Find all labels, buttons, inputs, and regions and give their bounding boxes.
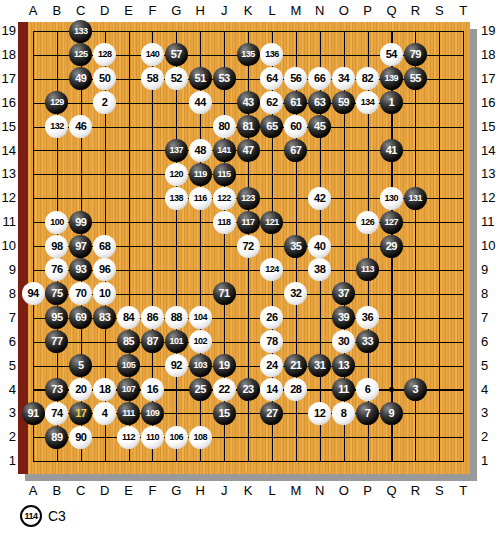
coordinate-label: 14 — [0, 143, 16, 158]
coordinate-label: G — [168, 483, 184, 498]
stone-white-48: 48 — [189, 139, 212, 162]
stone-white-126: 126 — [356, 211, 379, 234]
stone-white-118: 118 — [213, 211, 236, 234]
stone-black-41: 41 — [380, 139, 403, 162]
stone-white-88: 88 — [165, 306, 188, 329]
coordinate-label: 3 — [481, 405, 488, 420]
coordinate-label: 7 — [0, 310, 16, 325]
stone-black-103: 103 — [189, 354, 212, 377]
stone-white-70: 70 — [69, 282, 92, 305]
stone-black-113: 113 — [356, 258, 379, 281]
stone-white-28: 28 — [284, 378, 307, 401]
coordinate-label: 16 — [481, 95, 495, 110]
stone-white-40: 40 — [308, 235, 331, 258]
stone-black-75: 75 — [45, 282, 68, 305]
stone-white-112: 112 — [117, 426, 140, 449]
stone-white-46: 46 — [69, 115, 92, 138]
coordinate-label: 6 — [0, 334, 16, 349]
stone-white-30: 30 — [332, 330, 355, 353]
stone-white-96: 96 — [93, 258, 116, 281]
coordinate-label: 12 — [0, 190, 16, 205]
stone-white-86: 86 — [141, 306, 164, 329]
stone-black-13: 13 — [332, 354, 355, 377]
coordinate-label: T — [455, 483, 471, 498]
stone-black-117: 117 — [237, 211, 260, 234]
coordinate-label: 12 — [481, 190, 495, 205]
coordinate-label: K — [240, 3, 256, 18]
stone-black-105: 105 — [117, 354, 140, 377]
stone-black-73: 73 — [45, 378, 68, 401]
stone-white-98: 98 — [45, 235, 68, 258]
coordinate-label: C — [73, 3, 89, 18]
stone-white-132: 132 — [45, 115, 68, 138]
coordinate-label: J — [216, 483, 232, 498]
coordinate-label: N — [312, 483, 328, 498]
coordinate-label: 11 — [0, 214, 16, 229]
stone-black-61: 61 — [284, 91, 307, 114]
coordinate-label: H — [192, 483, 208, 498]
stone-white-38: 38 — [308, 258, 331, 281]
coordinate-label: 5 — [481, 358, 488, 373]
stone-white-106: 106 — [165, 426, 188, 449]
stone-white-2: 2 — [93, 91, 116, 114]
stone-white-124: 124 — [260, 258, 283, 281]
go-kifu-diagram: AABBCCDDEEFFGGHHJJKKLLMMNNOOPPQQRRSSTT19… — [0, 0, 500, 537]
stone-white-100: 100 — [45, 211, 68, 234]
coordinate-label: K — [240, 483, 256, 498]
stone-black-141: 141 — [213, 139, 236, 162]
stone-black-129: 129 — [45, 91, 68, 114]
stone-black-133: 133 — [69, 20, 92, 43]
stone-black-31: 31 — [308, 354, 331, 377]
coordinate-label: D — [97, 483, 113, 498]
stone-black-115: 115 — [213, 163, 236, 186]
stone-black-93: 93 — [69, 258, 92, 281]
coordinate-label: E — [121, 3, 137, 18]
coordinate-label: O — [336, 483, 352, 498]
coordinate-label: 8 — [0, 286, 16, 301]
stone-black-101: 101 — [165, 330, 188, 353]
stone-white-52: 52 — [165, 67, 188, 90]
coordinate-label: D — [97, 3, 113, 18]
coordinate-label: 18 — [481, 47, 495, 62]
stone-white-54: 54 — [380, 43, 403, 66]
coordinate-label: A — [25, 3, 41, 18]
stone-white-102: 102 — [189, 330, 212, 353]
stone-black-29: 29 — [380, 235, 403, 258]
stone-black-91: 91 — [22, 402, 45, 425]
stone-black-11: 11 — [332, 378, 355, 401]
stone-black-97: 97 — [69, 235, 92, 258]
stone-white-140: 140 — [141, 43, 164, 66]
coordinate-label: 7 — [481, 310, 488, 325]
stone-black-43: 43 — [237, 91, 260, 114]
coordinate-label: A — [25, 483, 41, 498]
stone-black-125: 125 — [69, 43, 92, 66]
stone-white-134: 134 — [356, 91, 379, 114]
coordinate-label: 1 — [481, 453, 488, 468]
stone-black-107: 107 — [117, 378, 140, 401]
stone-black-67: 67 — [284, 139, 307, 162]
stone-white-14: 14 — [260, 378, 283, 401]
coordinate-label: M — [288, 3, 304, 18]
stone-black-81: 81 — [237, 115, 260, 138]
stone-white-82: 82 — [356, 67, 379, 90]
stone-black-9: 9 — [380, 402, 403, 425]
stone-black-47: 47 — [237, 139, 260, 162]
annotation-point: C3 — [48, 508, 66, 524]
stone-white-84: 84 — [117, 306, 140, 329]
coordinate-label: F — [145, 3, 161, 18]
stone-black-139: 139 — [380, 67, 403, 90]
coordinate-label: 13 — [0, 166, 16, 181]
coordinate-label: 13 — [481, 166, 495, 181]
stone-black-119: 119 — [189, 163, 212, 186]
stone-black-111: 111 — [117, 402, 140, 425]
coordinate-label: 15 — [0, 119, 16, 134]
stone-white-72: 72 — [237, 235, 260, 258]
coordinate-label: 3 — [0, 405, 16, 420]
stone-white-18: 18 — [93, 378, 116, 401]
stone-white-64: 64 — [260, 67, 283, 90]
stone-black-121: 121 — [260, 211, 283, 234]
stone-black-17: 17 — [69, 402, 92, 425]
stone-white-36: 36 — [356, 306, 379, 329]
coordinate-label: 2 — [0, 429, 16, 444]
coordinate-label: 9 — [0, 262, 16, 277]
stone-white-122: 122 — [213, 187, 236, 210]
stone-black-109: 109 — [141, 402, 164, 425]
stone-white-110: 110 — [141, 426, 164, 449]
coordinate-label: 10 — [481, 238, 495, 253]
stone-white-56: 56 — [284, 67, 307, 90]
stone-black-59: 59 — [332, 91, 355, 114]
stone-black-95: 95 — [45, 306, 68, 329]
coordinate-label: R — [407, 3, 423, 18]
stone-white-32: 32 — [284, 282, 307, 305]
coordinate-label: 19 — [481, 23, 495, 38]
coordinate-label: 15 — [481, 119, 495, 134]
stone-white-128: 128 — [93, 43, 116, 66]
stone-white-10: 10 — [93, 282, 116, 305]
stone-black-35: 35 — [284, 235, 307, 258]
stone-white-50: 50 — [93, 67, 116, 90]
coordinate-label: M — [288, 483, 304, 498]
stone-black-65: 65 — [260, 115, 283, 138]
coordinate-label: 5 — [0, 358, 16, 373]
stone-black-55: 55 — [404, 67, 427, 90]
stone-white-138: 138 — [165, 187, 188, 210]
stone-white-94: 94 — [22, 282, 45, 305]
stone-white-16: 16 — [141, 378, 164, 401]
stone-black-25: 25 — [189, 378, 212, 401]
stone-black-7: 7 — [356, 402, 379, 425]
stone-white-76: 76 — [45, 258, 68, 281]
coordinate-label: 11 — [481, 214, 495, 229]
stone-white-108: 108 — [189, 426, 212, 449]
board-grid: 1234567891011121314151617181920212223242… — [21, 19, 475, 473]
coordinate-label: P — [360, 3, 376, 18]
stone-black-131: 131 — [404, 187, 427, 210]
coordinate-label: 2 — [481, 429, 488, 444]
stone-white-58: 58 — [141, 67, 164, 90]
coordinate-label: L — [264, 483, 280, 498]
stone-white-74: 74 — [45, 402, 68, 425]
coordinate-label: 18 — [0, 47, 16, 62]
stone-black-5: 5 — [69, 354, 92, 377]
stone-black-49: 49 — [69, 67, 92, 90]
coordinate-label: S — [431, 3, 447, 18]
coordinate-label: 8 — [481, 286, 488, 301]
stone-black-27: 27 — [260, 402, 283, 425]
coordinate-label: Q — [384, 3, 400, 18]
stone-black-21: 21 — [284, 354, 307, 377]
coordinate-label: L — [264, 3, 280, 18]
stone-black-37: 37 — [332, 282, 355, 305]
coordinate-label: R — [407, 483, 423, 498]
coordinate-label: 17 — [481, 71, 495, 86]
stone-black-99: 99 — [69, 211, 92, 234]
coordinate-label: H — [192, 3, 208, 18]
coordinate-label: 6 — [481, 334, 488, 349]
coordinate-label: C — [73, 483, 89, 498]
coordinate-label: N — [312, 3, 328, 18]
stone-black-123: 123 — [237, 187, 260, 210]
stone-black-71: 71 — [213, 282, 236, 305]
stone-white-22: 22 — [213, 378, 236, 401]
coordinate-label: F — [145, 483, 161, 498]
stone-black-79: 79 — [404, 43, 427, 66]
stone-black-15: 15 — [213, 402, 236, 425]
stone-black-57: 57 — [165, 43, 188, 66]
stone-white-42: 42 — [308, 187, 331, 210]
stone-black-63: 63 — [308, 91, 331, 114]
stone-black-137: 137 — [165, 139, 188, 162]
stone-white-68: 68 — [93, 235, 116, 258]
stone-white-44: 44 — [189, 91, 212, 114]
coordinate-label: E — [121, 483, 137, 498]
stone-black-45: 45 — [308, 115, 331, 138]
stone-white-62: 62 — [260, 91, 283, 114]
stone-white-26: 26 — [260, 306, 283, 329]
coordinate-label: B — [49, 483, 65, 498]
coordinate-label: T — [455, 3, 471, 18]
coordinate-label: G — [168, 3, 184, 18]
stone-white-80: 80 — [213, 115, 236, 138]
stone-black-127: 127 — [380, 211, 403, 234]
move-annotation: 114 C3 — [20, 503, 66, 529]
stone-black-19: 19 — [213, 354, 236, 377]
stone-white-136: 136 — [260, 43, 283, 66]
coordinate-label: 9 — [481, 262, 488, 277]
stone-black-33: 33 — [356, 330, 379, 353]
stone-black-135: 135 — [237, 43, 260, 66]
coordinate-label: S — [431, 483, 447, 498]
stone-black-85: 85 — [117, 330, 140, 353]
stone-white-66: 66 — [308, 67, 331, 90]
go-board[interactable]: 1234567891011121314151617181920212223242… — [18, 22, 470, 474]
stone-white-130: 130 — [380, 187, 403, 210]
stone-white-116: 116 — [189, 187, 212, 210]
coordinate-label: Q — [384, 483, 400, 498]
coordinate-label: 14 — [481, 143, 495, 158]
coordinate-label: 10 — [0, 238, 16, 253]
stone-white-12: 12 — [308, 402, 331, 425]
stone-black-51: 51 — [189, 67, 212, 90]
stone-white-104: 104 — [189, 306, 212, 329]
stone-white-92: 92 — [165, 354, 188, 377]
coordinate-label: 4 — [0, 382, 16, 397]
stone-black-53: 53 — [213, 67, 236, 90]
stone-black-39: 39 — [332, 306, 355, 329]
stone-white-78: 78 — [260, 330, 283, 353]
coordinate-label: 17 — [0, 71, 16, 86]
coordinate-label: 19 — [0, 23, 16, 38]
stone-white-90: 90 — [69, 426, 92, 449]
coordinate-label: O — [336, 3, 352, 18]
stone-white-60: 60 — [284, 115, 307, 138]
stone-white-4: 4 — [93, 402, 116, 425]
stone-white-24: 24 — [260, 354, 283, 377]
coordinate-label: 4 — [481, 382, 488, 397]
stone-black-77: 77 — [45, 330, 68, 353]
stone-white-120: 120 — [165, 163, 188, 186]
stone-white-8: 8 — [332, 402, 355, 425]
annotation-stone-114: 114 — [20, 505, 42, 527]
stone-white-6: 6 — [356, 378, 379, 401]
coordinate-label: 1 — [0, 453, 16, 468]
stone-white-20: 20 — [69, 378, 92, 401]
stone-white-34: 34 — [332, 67, 355, 90]
stone-black-69: 69 — [69, 306, 92, 329]
coordinate-label: J — [216, 3, 232, 18]
stone-black-87: 87 — [141, 330, 164, 353]
stone-black-1: 1 — [380, 91, 403, 114]
stone-black-83: 83 — [93, 306, 116, 329]
stone-black-23: 23 — [237, 378, 260, 401]
stone-black-3: 3 — [404, 378, 427, 401]
coordinate-label: 16 — [0, 95, 16, 110]
coordinate-label: P — [360, 483, 376, 498]
stone-black-89: 89 — [45, 426, 68, 449]
coordinate-label: B — [49, 3, 65, 18]
